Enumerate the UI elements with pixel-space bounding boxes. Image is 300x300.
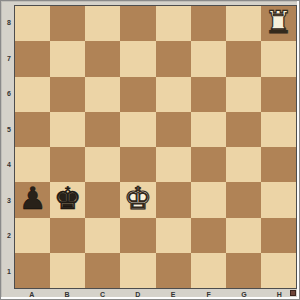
square-g3[interactable] xyxy=(226,182,261,217)
square-b8[interactable] xyxy=(50,6,85,41)
square-b7[interactable] xyxy=(50,41,85,76)
file-label-e: E xyxy=(156,289,191,300)
file-label-b: B xyxy=(49,289,84,300)
file-label-f: F xyxy=(191,289,226,300)
square-e7[interactable] xyxy=(156,41,191,76)
square-b1[interactable] xyxy=(50,253,85,288)
square-g7[interactable] xyxy=(226,41,261,76)
chess-board: ♜♟♚♚ xyxy=(14,5,297,289)
file-label-a: A xyxy=(14,289,49,300)
resize-grip-icon xyxy=(290,290,296,296)
square-e5[interactable] xyxy=(156,112,191,147)
file-labels: A B C D E F G H xyxy=(14,289,297,300)
square-f4[interactable] xyxy=(191,147,226,182)
square-e1[interactable] xyxy=(156,253,191,288)
square-f2[interactable] xyxy=(191,218,226,253)
rank-labels: 8 7 6 5 4 3 2 1 xyxy=(1,5,14,289)
square-b2[interactable] xyxy=(50,218,85,253)
square-f5[interactable] xyxy=(191,112,226,147)
square-h2[interactable] xyxy=(261,218,296,253)
square-d4[interactable] xyxy=(120,147,155,182)
white-king[interactable]: ♚ xyxy=(124,183,152,214)
square-h7[interactable] xyxy=(261,41,296,76)
square-g6[interactable] xyxy=(226,77,261,112)
rank-label-2: 2 xyxy=(1,218,14,254)
rank-label-4: 4 xyxy=(1,147,14,183)
square-h4[interactable] xyxy=(261,147,296,182)
square-a1[interactable] xyxy=(15,253,50,288)
square-f8[interactable] xyxy=(191,6,226,41)
square-a6[interactable] xyxy=(15,77,50,112)
square-a2[interactable] xyxy=(15,218,50,253)
square-a5[interactable] xyxy=(15,112,50,147)
square-c7[interactable] xyxy=(85,41,120,76)
square-g8[interactable] xyxy=(226,6,261,41)
square-b3[interactable]: ♚ xyxy=(50,182,85,217)
square-c8[interactable] xyxy=(85,6,120,41)
rank-label-1: 1 xyxy=(1,254,14,290)
square-e8[interactable] xyxy=(156,6,191,41)
square-c5[interactable] xyxy=(85,112,120,147)
square-d2[interactable] xyxy=(120,218,155,253)
square-e4[interactable] xyxy=(156,147,191,182)
square-g4[interactable] xyxy=(226,147,261,182)
rank-label-6: 6 xyxy=(1,76,14,112)
square-c1[interactable] xyxy=(85,253,120,288)
file-label-c: C xyxy=(85,289,120,300)
square-h8[interactable]: ♜ xyxy=(261,6,296,41)
square-g5[interactable] xyxy=(226,112,261,147)
square-b4[interactable] xyxy=(50,147,85,182)
square-d6[interactable] xyxy=(120,77,155,112)
square-g2[interactable] xyxy=(226,218,261,253)
square-b5[interactable] xyxy=(50,112,85,147)
chess-board-window: 8 7 6 5 4 3 2 1 ♜♟♚♚ A B C D E F G H xyxy=(0,0,300,300)
square-d5[interactable] xyxy=(120,112,155,147)
square-a3[interactable]: ♟ xyxy=(15,182,50,217)
square-d3[interactable]: ♚ xyxy=(120,182,155,217)
square-a7[interactable] xyxy=(15,41,50,76)
square-h6[interactable] xyxy=(261,77,296,112)
square-f7[interactable] xyxy=(191,41,226,76)
file-label-d: D xyxy=(120,289,155,300)
square-a8[interactable] xyxy=(15,6,50,41)
square-d8[interactable] xyxy=(120,6,155,41)
square-c4[interactable] xyxy=(85,147,120,182)
rank-label-7: 7 xyxy=(1,41,14,77)
white-rook[interactable]: ♜ xyxy=(265,7,293,38)
square-g1[interactable] xyxy=(226,253,261,288)
rank-label-8: 8 xyxy=(1,5,14,41)
black-king[interactable]: ♚ xyxy=(54,183,82,214)
square-e6[interactable] xyxy=(156,77,191,112)
square-h5[interactable] xyxy=(261,112,296,147)
square-f3[interactable] xyxy=(191,182,226,217)
square-a4[interactable] xyxy=(15,147,50,182)
square-c3[interactable] xyxy=(85,182,120,217)
square-h3[interactable] xyxy=(261,182,296,217)
square-b6[interactable] xyxy=(50,77,85,112)
square-h1[interactable] xyxy=(261,253,296,288)
rank-label-3: 3 xyxy=(1,183,14,219)
square-c6[interactable] xyxy=(85,77,120,112)
square-e3[interactable] xyxy=(156,182,191,217)
square-d7[interactable] xyxy=(120,41,155,76)
black-pawn[interactable]: ♟ xyxy=(19,183,47,214)
square-f6[interactable] xyxy=(191,77,226,112)
square-c2[interactable] xyxy=(85,218,120,253)
square-e2[interactable] xyxy=(156,218,191,253)
rank-label-5: 5 xyxy=(1,112,14,148)
file-label-g: G xyxy=(226,289,261,300)
square-d1[interactable] xyxy=(120,253,155,288)
square-f1[interactable] xyxy=(191,253,226,288)
